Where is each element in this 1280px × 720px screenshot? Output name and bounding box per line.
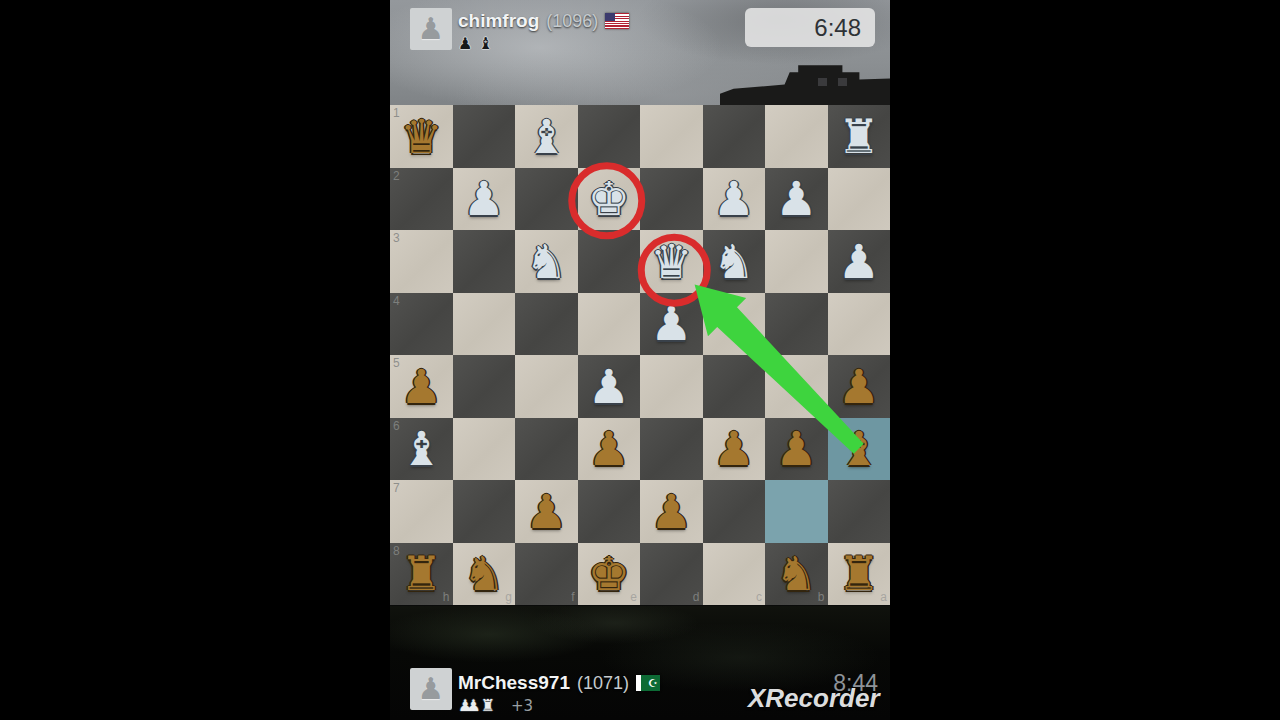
rank-label: 6	[393, 419, 400, 433]
square-d3[interactable]: ♛	[640, 230, 703, 293]
square-b5[interactable]	[765, 355, 828, 418]
piece-black-pawn: ♟	[828, 355, 891, 418]
square-b6[interactable]: ♟	[765, 418, 828, 481]
file-label: a	[880, 590, 887, 604]
rank-label: 8	[393, 544, 400, 558]
square-h7[interactable]: 7	[390, 480, 453, 543]
piece-white-pawn: ♟	[765, 168, 828, 231]
piece-black-pawn: ♟	[578, 418, 641, 481]
square-a5[interactable]: ♟	[828, 355, 891, 418]
pawn-avatar-icon: ♟	[418, 14, 445, 44]
piece-white-king: ♚	[578, 168, 641, 231]
square-g4[interactable]	[453, 293, 516, 356]
square-f6[interactable]	[515, 418, 578, 481]
bottom-captured-pieces: ♟♟♜	[458, 698, 495, 714]
top-player-rating: (1096)	[546, 11, 598, 32]
piece-white-pawn: ♟	[828, 230, 891, 293]
top-player-clock: 6:48	[745, 8, 875, 47]
square-d4[interactable]: ♟	[640, 293, 703, 356]
square-b2[interactable]: ♟	[765, 168, 828, 231]
piece-white-pawn: ♟	[453, 168, 516, 231]
square-g5[interactable]	[453, 355, 516, 418]
piece-white-knight: ♞	[515, 230, 578, 293]
piece-white-pawn: ♟	[640, 293, 703, 356]
screen-recorder-watermark: XRecorder	[748, 683, 880, 714]
app-stage: ♟ chimfrog (1096) ♟♝ 6:48 ♛1♝♜2♟♚♟♟3♞♛♞♟…	[390, 0, 890, 720]
square-a8[interactable]: ♜a	[828, 543, 891, 606]
square-e6[interactable]: ♟	[578, 418, 641, 481]
square-d1[interactable]	[640, 105, 703, 168]
square-a4[interactable]	[828, 293, 891, 356]
square-d6[interactable]	[640, 418, 703, 481]
square-b7[interactable]	[765, 480, 828, 543]
square-g2[interactable]: ♟	[453, 168, 516, 231]
castle-window	[838, 78, 847, 86]
captured-pawn-pair-icon: ♟♟	[458, 696, 475, 715]
top-player-bar: ♟ chimfrog (1096) ♟♝ 6:48	[390, 0, 890, 64]
square-a3[interactable]: ♟	[828, 230, 891, 293]
file-label: h	[443, 590, 450, 604]
bottom-captured-row: ♟♟♜ +3	[458, 698, 533, 714]
square-f8[interactable]: f	[515, 543, 578, 606]
piece-black-pawn: ♟	[765, 418, 828, 481]
square-f4[interactable]	[515, 293, 578, 356]
square-f5[interactable]	[515, 355, 578, 418]
square-h2[interactable]: 2	[390, 168, 453, 231]
bottom-player-avatar[interactable]: ♟	[410, 668, 452, 710]
top-player-avatar[interactable]: ♟	[410, 8, 452, 50]
square-f2[interactable]	[515, 168, 578, 231]
square-g6[interactable]	[453, 418, 516, 481]
captured-bishop-icon: ♝	[478, 36, 492, 52]
piece-black-bishop: ♝	[828, 418, 891, 481]
square-c2[interactable]: ♟	[703, 168, 766, 231]
square-h4[interactable]: 4	[390, 293, 453, 356]
rank-label: 2	[393, 169, 400, 183]
square-b3[interactable]	[765, 230, 828, 293]
square-c8[interactable]: c	[703, 543, 766, 606]
rank-label: 1	[393, 106, 400, 120]
square-c1[interactable]	[703, 105, 766, 168]
file-label: g	[505, 590, 512, 604]
square-c7[interactable]	[703, 480, 766, 543]
piece-black-pawn: ♟	[515, 480, 578, 543]
captured-pawn-icon: ♟	[458, 36, 472, 52]
square-b1[interactable]	[765, 105, 828, 168]
square-h5[interactable]: ♟5	[390, 355, 453, 418]
rank-label: 4	[393, 294, 400, 308]
square-d2[interactable]	[640, 168, 703, 231]
square-d5[interactable]	[640, 355, 703, 418]
square-h3[interactable]: 3	[390, 230, 453, 293]
square-h8[interactable]: ♜8h	[390, 543, 453, 606]
square-a7[interactable]	[828, 480, 891, 543]
square-c3[interactable]: ♞	[703, 230, 766, 293]
square-e1[interactable]	[578, 105, 641, 168]
pawn-avatar-icon: ♟	[418, 674, 445, 704]
pakistan-flag-icon: ☪	[636, 675, 660, 691]
square-g1[interactable]	[453, 105, 516, 168]
piece-white-knight: ♞	[703, 230, 766, 293]
square-h6[interactable]: ♝6	[390, 418, 453, 481]
piece-white-pawn: ♟	[703, 168, 766, 231]
square-e3[interactable]	[578, 230, 641, 293]
square-e2[interactable]: ♚	[578, 168, 641, 231]
square-c6[interactable]: ♟	[703, 418, 766, 481]
square-f1[interactable]: ♝	[515, 105, 578, 168]
castle-window	[818, 78, 827, 86]
square-g3[interactable]	[453, 230, 516, 293]
rank-label: 3	[393, 231, 400, 245]
square-b8[interactable]: ♞b	[765, 543, 828, 606]
square-d7[interactable]: ♟	[640, 480, 703, 543]
square-e4[interactable]	[578, 293, 641, 356]
chess-board: ♛1♝♜2♟♚♟♟3♞♛♞♟4♟♟5♟♟♝6♟♟♟♝7♟♟♜8h♞gf♚edc♞…	[390, 105, 890, 605]
file-label: e	[630, 590, 637, 604]
square-h1[interactable]: ♛1	[390, 105, 453, 168]
square-e8[interactable]: ♚e	[578, 543, 641, 606]
file-label: c	[756, 590, 762, 604]
square-e7[interactable]	[578, 480, 641, 543]
piece-white-rook: ♜	[828, 105, 891, 168]
square-c5[interactable]	[703, 355, 766, 418]
square-f7[interactable]: ♟	[515, 480, 578, 543]
square-g8[interactable]: ♞g	[453, 543, 516, 606]
square-g7[interactable]	[453, 480, 516, 543]
top-captured-pieces: ♟♝	[458, 36, 493, 52]
piece-white-bishop: ♝	[515, 105, 578, 168]
square-a2[interactable]	[828, 168, 891, 231]
rank-label: 5	[393, 356, 400, 370]
bottom-player-rating: (1071)	[577, 673, 629, 694]
bottom-player-name: MrChess971	[458, 672, 570, 694]
square-a6[interactable]: ♝	[828, 418, 891, 481]
file-label: f	[571, 590, 574, 604]
square-a1[interactable]: ♜	[828, 105, 891, 168]
square-f3[interactable]: ♞	[515, 230, 578, 293]
square-e5[interactable]: ♟	[578, 355, 641, 418]
square-c4[interactable]	[703, 293, 766, 356]
rank-label: 7	[393, 481, 400, 495]
us-flag-icon	[605, 13, 629, 29]
square-b4[interactable]	[765, 293, 828, 356]
file-label: d	[693, 590, 700, 604]
material-advantage: +3	[511, 699, 533, 714]
file-label: b	[818, 590, 825, 604]
top-player-name: chimfrog	[458, 10, 539, 32]
piece-black-pawn: ♟	[640, 480, 703, 543]
square-d8[interactable]: d	[640, 543, 703, 606]
captured-rook-icon: ♜	[481, 696, 495, 715]
piece-white-queen: ♛	[640, 230, 703, 293]
piece-white-pawn: ♟	[578, 355, 641, 418]
piece-black-pawn: ♟	[703, 418, 766, 481]
